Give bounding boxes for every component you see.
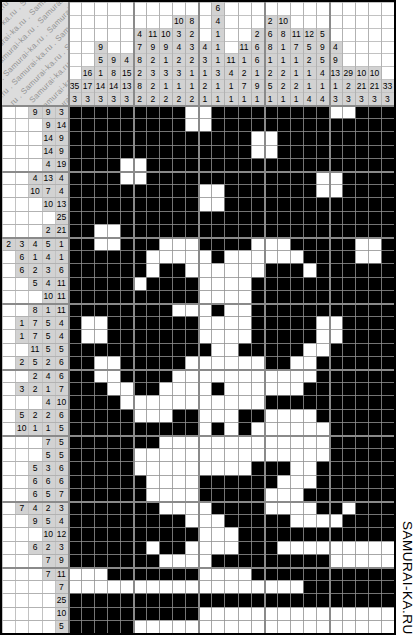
grid-cell-filled[interactable] — [381, 409, 394, 422]
grid-cell-filled[interactable] — [316, 527, 329, 540]
grid-cell-filled[interactable] — [172, 527, 185, 540]
grid-cell-filled[interactable] — [264, 567, 277, 580]
grid-cell-filled[interactable] — [277, 329, 290, 342]
grid-cell-filled[interactable] — [146, 184, 159, 197]
grid-cell-filled[interactable] — [290, 316, 303, 329]
grid-cell-filled[interactable] — [107, 211, 120, 224]
grid-cell-filled[interactable] — [355, 475, 368, 488]
grid-cell-filled[interactable] — [107, 118, 120, 131]
grid-cell-filled[interactable] — [355, 527, 368, 540]
grid-cell-filled[interactable] — [355, 593, 368, 606]
grid-cell-filled[interactable] — [133, 118, 146, 131]
grid-cell-filled[interactable] — [120, 620, 133, 633]
grid-cell-filled[interactable] — [290, 277, 303, 290]
grid-cell-filled[interactable] — [211, 131, 224, 144]
grid-cell-filled[interactable] — [224, 211, 237, 224]
grid-cell-filled[interactable] — [251, 197, 264, 210]
grid-cell-filled[interactable] — [381, 435, 394, 448]
grid-cell-filled[interactable] — [224, 501, 237, 514]
grid-cell-filled[interactable] — [68, 211, 81, 224]
grid-cell-filled[interactable] — [342, 567, 355, 580]
grid-cell-filled[interactable] — [264, 105, 277, 118]
grid-cell-filled[interactable] — [264, 475, 277, 488]
grid-cell-filled[interactable] — [94, 250, 107, 263]
grid-cell-filled[interactable] — [368, 593, 381, 606]
grid-cell-filled[interactable] — [146, 329, 159, 342]
grid-cell-filled[interactable] — [172, 567, 185, 580]
grid-cell-filled[interactable] — [303, 224, 316, 237]
grid-cell-filled[interactable] — [238, 118, 251, 131]
grid-cell-filled[interactable] — [94, 514, 107, 527]
grid-cell-filled[interactable] — [81, 290, 94, 303]
grid-cell-filled[interactable] — [224, 554, 237, 567]
grid-cell-filled[interactable] — [172, 343, 185, 356]
grid-cell-filled[interactable] — [68, 422, 81, 435]
grid-cell-filled[interactable] — [133, 329, 146, 342]
grid-cell-filled[interactable] — [224, 184, 237, 197]
grid-cell-filled[interactable] — [107, 435, 120, 448]
grid-cell-filled[interactable] — [224, 145, 237, 158]
grid-cell-filled[interactable] — [329, 580, 342, 593]
grid-cell-filled[interactable] — [277, 277, 290, 290]
grid-cell-filled[interactable] — [172, 171, 185, 184]
grid-cell-filled[interactable] — [120, 461, 133, 474]
grid-cell-filled[interactable] — [81, 211, 94, 224]
grid-cell-filled[interactable] — [81, 171, 94, 184]
grid-cell-filled[interactable] — [368, 580, 381, 593]
grid-cell-filled[interactable] — [303, 567, 316, 580]
grid-cell-filled[interactable] — [303, 250, 316, 263]
grid-cell-filled[interactable] — [81, 541, 94, 554]
grid-cell-filled[interactable] — [381, 527, 394, 540]
grid-cell-filled[interactable] — [107, 554, 120, 567]
grid-cell-filled[interactable] — [198, 145, 211, 158]
grid-cell-filled[interactable] — [277, 263, 290, 276]
grid-cell-filled[interactable] — [290, 171, 303, 184]
grid-cell-filled[interactable] — [264, 263, 277, 276]
grid-cell-filled[interactable] — [172, 356, 185, 369]
grid-cell-filled[interactable] — [329, 593, 342, 606]
grid-cell-filled[interactable] — [185, 158, 198, 171]
grid-cell-filled[interactable] — [329, 527, 342, 540]
grid-cell-filled[interactable] — [81, 158, 94, 171]
grid-cell-filled[interactable] — [290, 211, 303, 224]
grid-cell-filled[interactable] — [133, 237, 146, 250]
grid-cell-filled[interactable] — [368, 184, 381, 197]
grid-cell-filled[interactable] — [316, 488, 329, 501]
grid-cell-filled[interactable] — [146, 501, 159, 514]
grid-cell-filled[interactable] — [211, 145, 224, 158]
grid-cell-filled[interactable] — [342, 435, 355, 448]
grid-cell-filled[interactable] — [355, 184, 368, 197]
grid-cell-filled[interactable] — [342, 580, 355, 593]
grid-cell-filled[interactable] — [81, 224, 94, 237]
grid-cell-filled[interactable] — [146, 277, 159, 290]
grid-cell-filled[interactable] — [146, 422, 159, 435]
grid-cell-filled[interactable] — [355, 277, 368, 290]
grid-cell-filled[interactable] — [81, 343, 94, 356]
grid-cell-filled[interactable] — [94, 131, 107, 144]
grid-cell-filled[interactable] — [316, 461, 329, 474]
grid-cell-filled[interactable] — [381, 211, 394, 224]
grid-cell-filled[interactable] — [264, 211, 277, 224]
grid-cell-filled[interactable] — [329, 448, 342, 461]
grid-cell-filled[interactable] — [198, 343, 211, 356]
grid-cell-filled[interactable] — [381, 514, 394, 527]
grid-cell-filled[interactable] — [159, 514, 172, 527]
grid-cell-filled[interactable] — [329, 145, 342, 158]
grid-cell-filled[interactable] — [355, 448, 368, 461]
grid-cell-filled[interactable] — [81, 475, 94, 488]
grid-cell-filled[interactable] — [316, 290, 329, 303]
grid-cell-filled[interactable] — [342, 422, 355, 435]
grid-cell-filled[interactable] — [368, 303, 381, 316]
grid-cell-filled[interactable] — [355, 290, 368, 303]
grid-cell-filled[interactable] — [355, 303, 368, 316]
grid-cell-filled[interactable] — [224, 158, 237, 171]
grid-cell-filled[interactable] — [94, 277, 107, 290]
grid-cell-filled[interactable] — [107, 263, 120, 276]
grid-cell-filled[interactable] — [316, 211, 329, 224]
grid-cell-filled[interactable] — [172, 197, 185, 210]
grid-cell-filled[interactable] — [107, 277, 120, 290]
grid-cell-filled[interactable] — [120, 422, 133, 435]
grid-cell-filled[interactable] — [107, 343, 120, 356]
grid-cell-filled[interactable] — [120, 409, 133, 422]
grid-cell-filled[interactable] — [238, 475, 251, 488]
grid-cell-filled[interactable] — [368, 343, 381, 356]
grid-cell-filled[interactable] — [342, 237, 355, 250]
grid-cell-filled[interactable] — [133, 303, 146, 316]
grid-cell-filled[interactable] — [264, 541, 277, 554]
grid-cell-filled[interactable] — [133, 501, 146, 514]
grid-cell-filled[interactable] — [68, 290, 81, 303]
grid-cell-filled[interactable] — [94, 184, 107, 197]
grid-cell-filled[interactable] — [264, 593, 277, 606]
grid-cell-filled[interactable] — [277, 461, 290, 474]
grid-cell-filled[interactable] — [316, 593, 329, 606]
grid-cell-filled[interactable] — [381, 580, 394, 593]
grid-cell-filled[interactable] — [224, 488, 237, 501]
grid-cell-filled[interactable] — [146, 369, 159, 382]
grid-cell-filled[interactable] — [290, 290, 303, 303]
grid-cell-filled[interactable] — [368, 224, 381, 237]
grid-cell-filled[interactable] — [238, 105, 251, 118]
grid-cell-filled[interactable] — [303, 211, 316, 224]
grid-cell-filled[interactable] — [368, 356, 381, 369]
grid-cell-filled[interactable] — [68, 435, 81, 448]
grid-cell-filled[interactable] — [159, 277, 172, 290]
grid-cell-filled[interactable] — [146, 316, 159, 329]
grid-cell-filled[interactable] — [277, 343, 290, 356]
grid-cell-filled[interactable] — [107, 501, 120, 514]
grid-cell-filled[interactable] — [342, 593, 355, 606]
grid-cell-filled[interactable] — [251, 277, 264, 290]
grid-cell-filled[interactable] — [185, 316, 198, 329]
grid-cell-filled[interactable] — [146, 290, 159, 303]
grid-cell-filled[interactable] — [342, 250, 355, 263]
grid-cell-filled[interactable] — [107, 290, 120, 303]
grid-cell-filled[interactable] — [368, 501, 381, 514]
grid-cell-filled[interactable] — [68, 607, 81, 620]
grid-cell-filled[interactable] — [133, 488, 146, 501]
grid-cell-filled[interactable] — [368, 567, 381, 580]
grid-cell-filled[interactable] — [224, 237, 237, 250]
grid-cell-filled[interactable] — [368, 290, 381, 303]
grid-cell-filled[interactable] — [159, 422, 172, 435]
grid-cell-filled[interactable] — [133, 554, 146, 567]
grid-cell-filled[interactable] — [107, 514, 120, 527]
grid-cell-filled[interactable] — [238, 237, 251, 250]
grid-cell-filled[interactable] — [133, 145, 146, 158]
grid-cell-filled[interactable] — [277, 211, 290, 224]
grid-cell-filled[interactable] — [81, 422, 94, 435]
grid-cell-filled[interactable] — [159, 567, 172, 580]
grid-cell-filled[interactable] — [381, 567, 394, 580]
grid-cell-filled[interactable] — [264, 118, 277, 131]
grid-cell-filled[interactable] — [303, 303, 316, 316]
grid-cell-filled[interactable] — [224, 197, 237, 210]
grid-cell-filled[interactable] — [264, 461, 277, 474]
grid-cell-filled[interactable] — [342, 171, 355, 184]
grid-cell-filled[interactable] — [68, 184, 81, 197]
grid-cell-filled[interactable] — [303, 316, 316, 329]
grid-cell-filled[interactable] — [94, 527, 107, 540]
grid-cell-filled[interactable] — [329, 237, 342, 250]
grid-cell-filled[interactable] — [120, 527, 133, 540]
grid-cell-filled[interactable] — [368, 395, 381, 408]
grid-cell-filled[interactable] — [277, 171, 290, 184]
grid-cell-filled[interactable] — [316, 131, 329, 144]
grid-cell-filled[interactable] — [368, 316, 381, 329]
grid-cell-filled[interactable] — [329, 422, 342, 435]
grid-cell-filled[interactable] — [264, 343, 277, 356]
grid-cell-filled[interactable] — [277, 303, 290, 316]
grid-cell-filled[interactable] — [133, 382, 146, 395]
grid-cell-filled[interactable] — [290, 329, 303, 342]
grid-cell-filled[interactable] — [368, 435, 381, 448]
grid-cell-filled[interactable] — [107, 488, 120, 501]
grid-cell-filled[interactable] — [159, 118, 172, 131]
grid-cell-filled[interactable] — [381, 382, 394, 395]
grid-cell-filled[interactable] — [316, 369, 329, 382]
grid-cell-filled[interactable] — [133, 356, 146, 369]
grid-cell-filled[interactable] — [133, 422, 146, 435]
grid-cell-filled[interactable] — [251, 303, 264, 316]
grid-cell-filled[interactable] — [303, 145, 316, 158]
grid-cell-filled[interactable] — [224, 514, 237, 527]
grid-cell-filled[interactable] — [133, 527, 146, 540]
grid-cell-filled[interactable] — [277, 224, 290, 237]
grid-cell-filled[interactable] — [264, 158, 277, 171]
grid-cell-filled[interactable] — [94, 435, 107, 448]
grid-cell-filled[interactable] — [81, 382, 94, 395]
grid-cell-filled[interactable] — [81, 303, 94, 316]
grid-cell-filled[interactable] — [68, 620, 81, 633]
grid-cell-filled[interactable] — [316, 237, 329, 250]
grid-cell-filled[interactable] — [355, 580, 368, 593]
grid-cell-filled[interactable] — [159, 607, 172, 620]
grid-cell-filled[interactable] — [198, 171, 211, 184]
grid-cell-filled[interactable] — [68, 224, 81, 237]
grid-cell-filled[interactable] — [342, 382, 355, 395]
grid-cell-filled[interactable] — [251, 488, 264, 501]
grid-cell-filled[interactable] — [368, 158, 381, 171]
grid-cell-filled[interactable] — [303, 237, 316, 250]
grid-cell-filled[interactable] — [329, 409, 342, 422]
grid-cell-filled[interactable] — [368, 409, 381, 422]
grid-cell-filled[interactable] — [211, 554, 224, 567]
grid-cell-filled[interactable] — [146, 435, 159, 448]
grid-cell-filled[interactable] — [94, 105, 107, 118]
grid-cell-filled[interactable] — [264, 316, 277, 329]
grid-cell-filled[interactable] — [355, 197, 368, 210]
grid-cell-filled[interactable] — [355, 224, 368, 237]
grid-cell-filled[interactable] — [81, 184, 94, 197]
grid-cell-filled[interactable] — [146, 197, 159, 210]
grid-cell-filled[interactable] — [172, 329, 185, 342]
grid-cell-filled[interactable] — [238, 171, 251, 184]
grid-cell-filled[interactable] — [68, 409, 81, 422]
grid-cell-filled[interactable] — [290, 395, 303, 408]
grid-cell-filled[interactable] — [146, 145, 159, 158]
grid-cell-filled[interactable] — [81, 105, 94, 118]
grid-cell-filled[interactable] — [81, 554, 94, 567]
grid-cell-filled[interactable] — [68, 171, 81, 184]
grid-cell-filled[interactable] — [107, 158, 120, 171]
grid-cell-filled[interactable] — [81, 356, 94, 369]
grid-cell-filled[interactable] — [316, 277, 329, 290]
grid-cell-filled[interactable] — [368, 263, 381, 276]
grid-cell-filled[interactable] — [107, 329, 120, 342]
grid-cell-filled[interactable] — [251, 461, 264, 474]
grid-cell-filled[interactable] — [329, 211, 342, 224]
grid-cell-filled[interactable] — [316, 263, 329, 276]
grid-cell-filled[interactable] — [381, 184, 394, 197]
grid-cell-filled[interactable] — [159, 131, 172, 144]
grid-cell-filled[interactable] — [264, 171, 277, 184]
grid-cell-filled[interactable] — [316, 158, 329, 171]
grid-cell-filled[interactable] — [277, 184, 290, 197]
grid-cell-filled[interactable] — [185, 409, 198, 422]
grid-cell-filled[interactable] — [381, 316, 394, 329]
grid-cell-filled[interactable] — [120, 593, 133, 606]
grid-cell-filled[interactable] — [198, 158, 211, 171]
grid-cell-filled[interactable] — [133, 541, 146, 554]
grid-cell-filled[interactable] — [342, 211, 355, 224]
grid-cell-filled[interactable] — [290, 527, 303, 540]
grid-cell-filled[interactable] — [159, 541, 172, 554]
grid-cell-filled[interactable] — [120, 303, 133, 316]
grid-cell-filled[interactable] — [342, 197, 355, 210]
grid-cell-filled[interactable] — [381, 356, 394, 369]
grid-cell-filled[interactable] — [68, 541, 81, 554]
grid-cell-filled[interactable] — [290, 224, 303, 237]
grid-cell-filled[interactable] — [303, 118, 316, 131]
grid-cell-filled[interactable] — [159, 158, 172, 171]
grid-cell-filled[interactable] — [211, 211, 224, 224]
grid-cell-filled[interactable] — [94, 197, 107, 210]
grid-cell-filled[interactable] — [342, 395, 355, 408]
puzzle-grid[interactable] — [68, 105, 394, 633]
grid-cell-filled[interactable] — [81, 395, 94, 408]
grid-cell-filled[interactable] — [159, 369, 172, 382]
grid-cell-filled[interactable] — [238, 541, 251, 554]
grid-cell-filled[interactable] — [224, 475, 237, 488]
grid-cell-filled[interactable] — [133, 316, 146, 329]
grid-cell-filled[interactable] — [329, 461, 342, 474]
grid-cell-filled[interactable] — [81, 145, 94, 158]
grid-cell-filled[interactable] — [172, 105, 185, 118]
grid-cell-filled[interactable] — [94, 395, 107, 408]
grid-cell-filled[interactable] — [68, 303, 81, 316]
grid-cell-filled[interactable] — [133, 224, 146, 237]
grid-cell-filled[interactable] — [146, 237, 159, 250]
grid-cell-filled[interactable] — [68, 369, 81, 382]
grid-cell-filled[interactable] — [264, 303, 277, 316]
grid-cell-filled[interactable] — [172, 593, 185, 606]
grid-cell-filled[interactable] — [251, 224, 264, 237]
grid-cell-filled[interactable] — [329, 277, 342, 290]
grid-cell-filled[interactable] — [381, 263, 394, 276]
grid-cell-filled[interactable] — [329, 131, 342, 144]
grid-cell-filled[interactable] — [68, 316, 81, 329]
grid-cell-filled[interactable] — [303, 329, 316, 342]
grid-cell-filled[interactable] — [94, 448, 107, 461]
grid-cell-filled[interactable] — [355, 461, 368, 474]
grid-cell-filled[interactable] — [238, 197, 251, 210]
grid-cell-filled[interactable] — [146, 343, 159, 356]
grid-cell-filled[interactable] — [290, 118, 303, 131]
grid-cell-filled[interactable] — [94, 171, 107, 184]
grid-cell-filled[interactable] — [172, 514, 185, 527]
grid-cell-filled[interactable] — [342, 303, 355, 316]
grid-cell-filled[interactable] — [329, 343, 342, 356]
grid-cell-filled[interactable] — [303, 184, 316, 197]
grid-cell-filled[interactable] — [146, 593, 159, 606]
grid-cell-filled[interactable] — [146, 211, 159, 224]
grid-cell-filled[interactable] — [264, 277, 277, 290]
grid-cell-filled[interactable] — [290, 343, 303, 356]
grid-cell-filled[interactable] — [251, 527, 264, 540]
grid-cell-filled[interactable] — [342, 131, 355, 144]
grid-cell-filled[interactable] — [251, 409, 264, 422]
grid-cell-filled[interactable] — [277, 527, 290, 540]
grid-cell-filled[interactable] — [159, 105, 172, 118]
grid-cell-filled[interactable] — [251, 329, 264, 342]
grid-cell-filled[interactable] — [107, 448, 120, 461]
grid-cell-filled[interactable] — [303, 488, 316, 501]
grid-cell-filled[interactable] — [94, 461, 107, 474]
grid-cell-filled[interactable] — [68, 475, 81, 488]
grid-cell-filled[interactable] — [146, 158, 159, 171]
grid-cell-filled[interactable] — [94, 343, 107, 356]
grid-cell-filled[interactable] — [224, 131, 237, 144]
grid-cell-filled[interactable] — [329, 382, 342, 395]
grid-cell-filled[interactable] — [342, 329, 355, 342]
grid-cell-filled[interactable] — [133, 250, 146, 263]
grid-cell-filled[interactable] — [290, 131, 303, 144]
grid-cell-filled[interactable] — [264, 329, 277, 342]
grid-cell-filled[interactable] — [381, 475, 394, 488]
grid-cell-filled[interactable] — [251, 593, 264, 606]
grid-cell-filled[interactable] — [355, 514, 368, 527]
grid-cell-filled[interactable] — [329, 488, 342, 501]
grid-cell-filled[interactable] — [224, 224, 237, 237]
grid-cell-filled[interactable] — [381, 131, 394, 144]
grid-cell-filled[interactable] — [172, 145, 185, 158]
grid-cell-filled[interactable] — [342, 224, 355, 237]
